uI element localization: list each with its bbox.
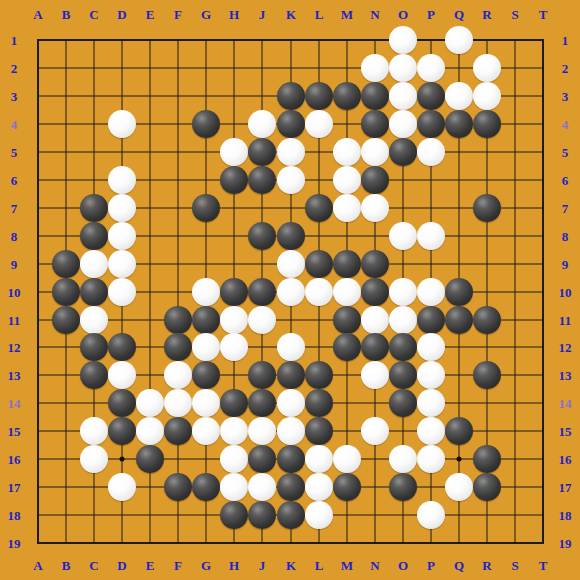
stone-white-G14[interactable] <box>192 389 220 417</box>
stone-white-P18[interactable] <box>417 501 445 529</box>
row-label-left-9: 9 <box>11 258 18 271</box>
col-label-bottom-F: F <box>174 559 182 572</box>
col-label-bottom-P: P <box>427 559 435 572</box>
stone-white-P13[interactable] <box>417 361 445 389</box>
col-label-bottom-E: E <box>146 559 155 572</box>
stone-white-K10[interactable] <box>277 278 305 306</box>
row-label-right-14: 14 <box>559 397 572 410</box>
col-label-bottom-T: T <box>539 559 548 572</box>
stone-white-C15[interactable] <box>80 417 108 445</box>
col-label-top-R: R <box>482 8 491 21</box>
stone-black-J8[interactable] <box>248 222 276 250</box>
stone-black-B9[interactable] <box>52 250 80 278</box>
stone-white-O3[interactable] <box>389 82 417 110</box>
stone-white-G10[interactable] <box>192 278 220 306</box>
stone-black-J16[interactable] <box>248 445 276 473</box>
col-label-bottom-G: G <box>201 559 211 572</box>
stone-white-M16[interactable] <box>333 445 361 473</box>
stone-black-F17[interactable] <box>164 473 192 501</box>
stone-black-H18[interactable] <box>220 501 248 529</box>
stone-white-P10[interactable] <box>417 278 445 306</box>
stone-black-O14[interactable] <box>389 389 417 417</box>
stone-white-D7[interactable] <box>108 194 136 222</box>
stone-white-P2[interactable] <box>417 54 445 82</box>
col-label-bottom-R: R <box>482 559 491 572</box>
col-label-top-K: K <box>286 8 296 21</box>
stone-white-Q3[interactable] <box>445 82 473 110</box>
col-label-top-T: T <box>539 8 548 21</box>
row-label-left-18: 18 <box>8 509 21 522</box>
stone-black-R7[interactable] <box>473 194 501 222</box>
stone-white-O1[interactable] <box>389 26 417 54</box>
stone-black-M3[interactable] <box>333 82 361 110</box>
stone-black-M11[interactable] <box>333 306 361 334</box>
stone-black-B10[interactable] <box>52 278 80 306</box>
col-label-bottom-M: M <box>341 559 353 572</box>
col-label-top-G: G <box>201 8 211 21</box>
stone-white-H12[interactable] <box>220 333 248 361</box>
row-label-right-10: 10 <box>559 286 572 299</box>
stone-white-K14[interactable] <box>277 389 305 417</box>
stone-white-P12[interactable] <box>417 333 445 361</box>
stone-black-K8[interactable] <box>277 222 305 250</box>
stone-black-F15[interactable] <box>164 417 192 445</box>
stone-white-L16[interactable] <box>305 445 333 473</box>
stone-black-H10[interactable] <box>220 278 248 306</box>
row-label-right-6: 6 <box>562 174 569 187</box>
stone-white-F13[interactable] <box>164 361 192 389</box>
stone-black-L9[interactable] <box>305 250 333 278</box>
stone-black-K3[interactable] <box>277 82 305 110</box>
col-label-bottom-S: S <box>511 559 518 572</box>
stone-white-D4[interactable] <box>108 110 136 138</box>
stone-black-O12[interactable] <box>389 333 417 361</box>
col-label-bottom-Q: Q <box>454 559 464 572</box>
row-label-right-5: 5 <box>562 146 569 159</box>
stone-white-K6[interactable] <box>277 166 305 194</box>
col-label-top-H: H <box>229 8 239 21</box>
col-label-top-S: S <box>511 8 518 21</box>
stone-white-K15[interactable] <box>277 417 305 445</box>
stone-black-H6[interactable] <box>220 166 248 194</box>
stone-white-E15[interactable] <box>136 417 164 445</box>
col-label-bottom-A: A <box>33 559 42 572</box>
row-label-right-11: 11 <box>559 314 571 327</box>
star-point-Q16 <box>457 457 462 462</box>
row-label-right-1: 1 <box>562 34 569 47</box>
stone-black-O13[interactable] <box>389 361 417 389</box>
stone-black-O5[interactable] <box>389 138 417 166</box>
stone-white-D13[interactable] <box>108 361 136 389</box>
stone-black-G4[interactable] <box>192 110 220 138</box>
stone-black-R17[interactable] <box>473 473 501 501</box>
stone-white-C9[interactable] <box>80 250 108 278</box>
stone-black-N12[interactable] <box>361 333 389 361</box>
col-label-bottom-C: C <box>89 559 98 572</box>
stone-white-K9[interactable] <box>277 250 305 278</box>
stone-black-L13[interactable] <box>305 361 333 389</box>
stone-black-K17[interactable] <box>277 473 305 501</box>
row-label-left-5: 5 <box>11 146 18 159</box>
stone-black-G11[interactable] <box>192 306 220 334</box>
go-board[interactable]: AABBCCDDEEFFGGHHJJKKLLMMNNOOPPQQRRSSTT11… <box>0 0 580 580</box>
col-label-bottom-O: O <box>398 559 408 572</box>
col-label-top-Q: Q <box>454 8 464 21</box>
col-label-bottom-N: N <box>370 559 379 572</box>
col-label-top-A: A <box>33 8 42 21</box>
stone-white-H5[interactable] <box>220 138 248 166</box>
stone-black-R16[interactable] <box>473 445 501 473</box>
stone-black-D15[interactable] <box>108 417 136 445</box>
stone-black-J14[interactable] <box>248 389 276 417</box>
col-label-top-J: J <box>259 8 266 21</box>
stone-white-P15[interactable] <box>417 417 445 445</box>
row-label-left-17: 17 <box>8 481 21 494</box>
stone-white-D17[interactable] <box>108 473 136 501</box>
col-label-top-N: N <box>370 8 379 21</box>
row-label-left-6: 6 <box>11 174 18 187</box>
col-label-top-F: F <box>174 8 182 21</box>
stone-white-N5[interactable] <box>361 138 389 166</box>
stone-black-B11[interactable] <box>52 306 80 334</box>
stone-black-F11[interactable] <box>164 306 192 334</box>
stone-black-N4[interactable] <box>361 110 389 138</box>
stone-white-J17[interactable] <box>248 473 276 501</box>
row-label-left-19: 19 <box>8 537 21 550</box>
row-label-right-17: 17 <box>559 481 572 494</box>
row-label-left-4: 4 <box>11 118 18 131</box>
stone-white-D8[interactable] <box>108 222 136 250</box>
col-label-bottom-H: H <box>229 559 239 572</box>
stone-white-R2[interactable] <box>473 54 501 82</box>
row-label-right-18: 18 <box>559 509 572 522</box>
stone-white-D9[interactable] <box>108 250 136 278</box>
row-label-left-8: 8 <box>11 230 18 243</box>
stone-black-Q15[interactable] <box>445 417 473 445</box>
stone-black-H14[interactable] <box>220 389 248 417</box>
stone-white-O8[interactable] <box>389 222 417 250</box>
stone-black-C8[interactable] <box>80 222 108 250</box>
stone-white-G12[interactable] <box>192 333 220 361</box>
stone-black-J5[interactable] <box>248 138 276 166</box>
stone-white-D10[interactable] <box>108 278 136 306</box>
stone-black-G17[interactable] <box>192 473 220 501</box>
col-label-top-M: M <box>341 8 353 21</box>
row-label-left-14: 14 <box>8 397 21 410</box>
stone-black-K18[interactable] <box>277 501 305 529</box>
stone-black-C7[interactable] <box>80 194 108 222</box>
stone-black-C10[interactable] <box>80 278 108 306</box>
stone-black-N9[interactable] <box>361 250 389 278</box>
stone-black-P4[interactable] <box>417 110 445 138</box>
stone-black-M9[interactable] <box>333 250 361 278</box>
col-label-top-B: B <box>62 8 71 21</box>
col-label-top-P: P <box>427 8 435 21</box>
stone-white-M6[interactable] <box>333 166 361 194</box>
stone-black-K4[interactable] <box>277 110 305 138</box>
row-label-right-13: 13 <box>559 369 572 382</box>
stone-white-N2[interactable] <box>361 54 389 82</box>
stone-black-D12[interactable] <box>108 333 136 361</box>
stone-black-O17[interactable] <box>389 473 417 501</box>
stone-black-J10[interactable] <box>248 278 276 306</box>
row-label-left-13: 13 <box>8 369 21 382</box>
stone-black-G13[interactable] <box>192 361 220 389</box>
stone-black-Q4[interactable] <box>445 110 473 138</box>
stone-white-L10[interactable] <box>305 278 333 306</box>
stone-white-P5[interactable] <box>417 138 445 166</box>
stone-white-H16[interactable] <box>220 445 248 473</box>
stone-white-F14[interactable] <box>164 389 192 417</box>
stone-white-M7[interactable] <box>333 194 361 222</box>
stone-white-O10[interactable] <box>389 278 417 306</box>
stone-white-O16[interactable] <box>389 445 417 473</box>
stone-white-P8[interactable] <box>417 222 445 250</box>
stone-black-L15[interactable] <box>305 417 333 445</box>
stone-white-M5[interactable] <box>333 138 361 166</box>
star-point-D16 <box>120 457 125 462</box>
row-label-left-12: 12 <box>8 341 21 354</box>
col-label-top-D: D <box>117 8 126 21</box>
stone-black-L14[interactable] <box>305 389 333 417</box>
stone-white-R3[interactable] <box>473 82 501 110</box>
stone-black-E16[interactable] <box>136 445 164 473</box>
col-label-bottom-D: D <box>117 559 126 572</box>
stone-white-N7[interactable] <box>361 194 389 222</box>
stone-black-N3[interactable] <box>361 82 389 110</box>
row-label-left-15: 15 <box>8 425 21 438</box>
row-label-right-8: 8 <box>562 230 569 243</box>
col-label-bottom-J: J <box>259 559 266 572</box>
col-label-top-E: E <box>146 8 155 21</box>
row-label-right-19: 19 <box>559 537 572 550</box>
row-label-right-2: 2 <box>562 62 569 75</box>
stone-white-N15[interactable] <box>361 417 389 445</box>
stone-black-D14[interactable] <box>108 389 136 417</box>
stone-black-Q11[interactable] <box>445 306 473 334</box>
stone-black-J6[interactable] <box>248 166 276 194</box>
row-label-left-7: 7 <box>11 202 18 215</box>
stone-black-Q10[interactable] <box>445 278 473 306</box>
row-label-right-16: 16 <box>559 453 572 466</box>
stone-white-J15[interactable] <box>248 417 276 445</box>
stone-black-F12[interactable] <box>164 333 192 361</box>
stone-black-P11[interactable] <box>417 306 445 334</box>
col-label-bottom-K: K <box>286 559 296 572</box>
stone-white-E14[interactable] <box>136 389 164 417</box>
stone-white-Q17[interactable] <box>445 473 473 501</box>
stone-white-K5[interactable] <box>277 138 305 166</box>
col-label-bottom-B: B <box>62 559 71 572</box>
stone-white-H17[interactable] <box>220 473 248 501</box>
stone-white-N13[interactable] <box>361 361 389 389</box>
stone-black-C13[interactable] <box>80 361 108 389</box>
stone-white-G15[interactable] <box>192 417 220 445</box>
stone-white-O11[interactable] <box>389 306 417 334</box>
row-label-left-1: 1 <box>11 34 18 47</box>
stone-black-J13[interactable] <box>248 361 276 389</box>
row-label-right-9: 9 <box>562 258 569 271</box>
stone-black-R11[interactable] <box>473 306 501 334</box>
stone-white-C11[interactable] <box>80 306 108 334</box>
stone-white-K12[interactable] <box>277 333 305 361</box>
stone-white-J4[interactable] <box>248 110 276 138</box>
stone-black-M12[interactable] <box>333 333 361 361</box>
col-label-top-L: L <box>315 8 324 21</box>
stone-white-D6[interactable] <box>108 166 136 194</box>
stone-white-C16[interactable] <box>80 445 108 473</box>
stone-white-P14[interactable] <box>417 389 445 417</box>
stone-black-N6[interactable] <box>361 166 389 194</box>
stone-black-L3[interactable] <box>305 82 333 110</box>
stone-black-N10[interactable] <box>361 278 389 306</box>
stone-white-H11[interactable] <box>220 306 248 334</box>
stone-white-L18[interactable] <box>305 501 333 529</box>
stone-white-N11[interactable] <box>361 306 389 334</box>
row-label-left-3: 3 <box>11 90 18 103</box>
stone-black-K13[interactable] <box>277 361 305 389</box>
stone-black-M17[interactable] <box>333 473 361 501</box>
row-label-right-3: 3 <box>562 90 569 103</box>
stone-white-Q1[interactable] <box>445 26 473 54</box>
stone-black-R13[interactable] <box>473 361 501 389</box>
stone-black-K16[interactable] <box>277 445 305 473</box>
row-label-left-2: 2 <box>11 62 18 75</box>
stone-white-O2[interactable] <box>389 54 417 82</box>
col-label-bottom-L: L <box>315 559 324 572</box>
stone-white-M10[interactable] <box>333 278 361 306</box>
stone-black-G7[interactable] <box>192 194 220 222</box>
stone-white-H15[interactable] <box>220 417 248 445</box>
col-label-top-O: O <box>398 8 408 21</box>
col-label-top-C: C <box>89 8 98 21</box>
row-label-right-12: 12 <box>559 341 572 354</box>
row-label-right-4: 4 <box>562 118 569 131</box>
stone-black-C12[interactable] <box>80 333 108 361</box>
stone-black-L7[interactable] <box>305 194 333 222</box>
stone-white-L17[interactable] <box>305 473 333 501</box>
row-label-left-10: 10 <box>8 286 21 299</box>
row-label-left-11: 11 <box>8 314 20 327</box>
row-label-right-7: 7 <box>562 202 569 215</box>
stone-white-P16[interactable] <box>417 445 445 473</box>
stone-black-J18[interactable] <box>248 501 276 529</box>
stone-white-O4[interactable] <box>389 110 417 138</box>
row-label-right-15: 15 <box>559 425 572 438</box>
stone-black-P3[interactable] <box>417 82 445 110</box>
row-label-left-16: 16 <box>8 453 21 466</box>
stone-black-R4[interactable] <box>473 110 501 138</box>
stone-white-J11[interactable] <box>248 306 276 334</box>
stone-white-L4[interactable] <box>305 110 333 138</box>
